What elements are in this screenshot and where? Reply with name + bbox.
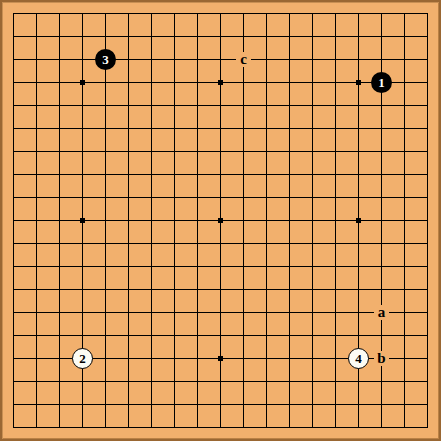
intersection[interactable] — [2, 255, 25, 278]
intersection[interactable] — [71, 2, 94, 25]
intersection[interactable] — [163, 163, 186, 186]
intersection[interactable] — [209, 25, 232, 48]
intersection[interactable] — [278, 71, 301, 94]
intersection[interactable] — [186, 347, 209, 370]
intersection[interactable] — [2, 25, 25, 48]
intersection[interactable] — [347, 163, 370, 186]
intersection[interactable] — [232, 347, 255, 370]
intersection[interactable] — [255, 2, 278, 25]
intersection[interactable] — [48, 48, 71, 71]
intersection[interactable] — [393, 140, 416, 163]
intersection[interactable] — [25, 416, 48, 439]
intersection[interactable] — [163, 71, 186, 94]
intersection[interactable] — [140, 416, 163, 439]
intersection[interactable] — [25, 255, 48, 278]
intersection[interactable] — [117, 48, 140, 71]
intersection[interactable] — [140, 71, 163, 94]
intersection[interactable] — [324, 163, 347, 186]
intersection[interactable] — [94, 71, 117, 94]
intersection[interactable] — [324, 255, 347, 278]
intersection[interactable] — [255, 25, 278, 48]
intersection[interactable] — [232, 324, 255, 347]
intersection[interactable] — [140, 94, 163, 117]
intersection[interactable] — [71, 94, 94, 117]
intersection[interactable] — [278, 255, 301, 278]
intersection[interactable] — [347, 71, 370, 94]
intersection[interactable] — [278, 2, 301, 25]
intersection[interactable] — [48, 71, 71, 94]
intersection[interactable] — [393, 255, 416, 278]
intersection[interactable] — [232, 71, 255, 94]
intersection[interactable] — [94, 209, 117, 232]
intersection[interactable] — [140, 347, 163, 370]
intersection[interactable] — [370, 48, 393, 71]
intersection[interactable] — [301, 416, 324, 439]
intersection[interactable] — [2, 209, 25, 232]
intersection[interactable] — [255, 416, 278, 439]
intersection[interactable] — [416, 186, 439, 209]
intersection[interactable] — [416, 370, 439, 393]
intersection[interactable]: b — [370, 347, 393, 370]
intersection[interactable] — [2, 117, 25, 140]
intersection[interactable] — [255, 140, 278, 163]
intersection[interactable] — [255, 255, 278, 278]
intersection[interactable] — [48, 278, 71, 301]
intersection[interactable] — [301, 278, 324, 301]
intersection[interactable] — [2, 48, 25, 71]
intersection[interactable] — [2, 186, 25, 209]
intersection[interactable] — [209, 370, 232, 393]
intersection[interactable] — [232, 416, 255, 439]
intersection[interactable] — [278, 186, 301, 209]
intersection[interactable] — [94, 347, 117, 370]
intersection[interactable] — [94, 163, 117, 186]
intersection[interactable] — [48, 393, 71, 416]
intersection[interactable] — [25, 71, 48, 94]
intersection[interactable] — [163, 301, 186, 324]
intersection[interactable] — [301, 232, 324, 255]
intersection[interactable] — [370, 25, 393, 48]
intersection[interactable] — [25, 301, 48, 324]
intersection[interactable] — [71, 140, 94, 163]
intersection[interactable] — [2, 347, 25, 370]
intersection[interactable] — [209, 117, 232, 140]
intersection[interactable] — [186, 393, 209, 416]
intersection[interactable] — [163, 416, 186, 439]
intersection[interactable] — [393, 370, 416, 393]
intersection[interactable] — [209, 71, 232, 94]
intersection[interactable] — [163, 117, 186, 140]
intersection[interactable] — [25, 324, 48, 347]
intersection[interactable] — [393, 324, 416, 347]
intersection[interactable] — [347, 94, 370, 117]
intersection[interactable] — [209, 232, 232, 255]
intersection[interactable] — [163, 209, 186, 232]
intersection[interactable] — [163, 140, 186, 163]
intersection[interactable] — [232, 94, 255, 117]
intersection[interactable] — [25, 140, 48, 163]
intersection[interactable] — [370, 2, 393, 25]
intersection[interactable] — [209, 324, 232, 347]
intersection[interactable] — [278, 370, 301, 393]
intersection[interactable]: c — [232, 48, 255, 71]
intersection[interactable] — [2, 232, 25, 255]
intersection[interactable] — [416, 94, 439, 117]
intersection[interactable] — [393, 25, 416, 48]
intersection[interactable] — [163, 393, 186, 416]
intersection[interactable] — [117, 140, 140, 163]
intersection[interactable] — [140, 278, 163, 301]
intersection[interactable] — [370, 393, 393, 416]
intersection[interactable] — [94, 94, 117, 117]
intersection[interactable] — [416, 140, 439, 163]
intersection[interactable] — [163, 278, 186, 301]
intersection[interactable] — [209, 209, 232, 232]
intersection[interactable] — [416, 324, 439, 347]
intersection[interactable] — [255, 71, 278, 94]
intersection[interactable] — [416, 301, 439, 324]
intersection[interactable] — [255, 186, 278, 209]
intersection[interactable]: 3 — [94, 48, 117, 71]
intersection[interactable] — [186, 117, 209, 140]
intersection[interactable] — [301, 48, 324, 71]
intersection[interactable] — [393, 2, 416, 25]
intersection[interactable] — [301, 393, 324, 416]
intersection[interactable] — [393, 347, 416, 370]
intersection[interactable] — [255, 117, 278, 140]
intersection[interactable] — [209, 2, 232, 25]
intersection[interactable] — [25, 186, 48, 209]
intersection[interactable] — [25, 209, 48, 232]
intersection[interactable] — [48, 416, 71, 439]
intersection[interactable] — [140, 301, 163, 324]
intersection[interactable] — [278, 140, 301, 163]
intersection[interactable] — [71, 163, 94, 186]
intersection[interactable] — [301, 347, 324, 370]
intersection[interactable] — [278, 324, 301, 347]
intersection[interactable] — [48, 209, 71, 232]
intersection[interactable] — [393, 94, 416, 117]
intersection[interactable] — [2, 140, 25, 163]
intersection[interactable] — [324, 71, 347, 94]
intersection[interactable] — [117, 393, 140, 416]
intersection[interactable] — [324, 416, 347, 439]
intersection[interactable] — [232, 301, 255, 324]
intersection[interactable] — [416, 163, 439, 186]
intersection[interactable] — [140, 186, 163, 209]
intersection[interactable] — [209, 94, 232, 117]
intersection[interactable] — [48, 301, 71, 324]
intersection[interactable] — [255, 94, 278, 117]
intersection[interactable] — [370, 94, 393, 117]
intersection[interactable] — [186, 71, 209, 94]
intersection[interactable] — [94, 2, 117, 25]
intersection[interactable] — [393, 209, 416, 232]
intersection[interactable] — [347, 370, 370, 393]
intersection[interactable] — [232, 370, 255, 393]
intersection[interactable] — [301, 255, 324, 278]
intersection[interactable] — [232, 25, 255, 48]
intersection[interactable] — [48, 140, 71, 163]
intersection[interactable] — [324, 324, 347, 347]
intersection[interactable] — [71, 48, 94, 71]
intersection[interactable] — [117, 2, 140, 25]
intersection[interactable] — [48, 2, 71, 25]
intersection[interactable] — [232, 2, 255, 25]
intersection[interactable] — [370, 163, 393, 186]
intersection[interactable] — [25, 117, 48, 140]
intersection[interactable] — [163, 232, 186, 255]
intersection[interactable] — [186, 232, 209, 255]
intersection[interactable] — [370, 324, 393, 347]
intersection[interactable] — [163, 324, 186, 347]
intersection[interactable] — [278, 94, 301, 117]
intersection[interactable] — [186, 25, 209, 48]
intersection[interactable] — [117, 416, 140, 439]
intersection[interactable] — [324, 94, 347, 117]
intersection[interactable] — [71, 416, 94, 439]
intersection[interactable] — [2, 370, 25, 393]
intersection[interactable] — [301, 209, 324, 232]
intersection[interactable] — [416, 48, 439, 71]
intersection[interactable] — [393, 117, 416, 140]
intersection[interactable] — [71, 393, 94, 416]
intersection[interactable] — [370, 416, 393, 439]
intersection[interactable] — [416, 232, 439, 255]
intersection[interactable] — [347, 117, 370, 140]
intersection[interactable] — [140, 255, 163, 278]
intersection[interactable] — [370, 255, 393, 278]
intersection[interactable] — [71, 117, 94, 140]
intersection[interactable] — [94, 117, 117, 140]
intersection[interactable] — [25, 278, 48, 301]
intersection[interactable] — [416, 2, 439, 25]
intersection[interactable] — [232, 117, 255, 140]
intersection[interactable] — [2, 278, 25, 301]
intersection[interactable] — [232, 140, 255, 163]
intersection[interactable] — [278, 25, 301, 48]
intersection[interactable] — [25, 2, 48, 25]
intersection[interactable] — [232, 255, 255, 278]
intersection[interactable] — [416, 209, 439, 232]
intersection[interactable] — [71, 370, 94, 393]
intersection[interactable] — [117, 186, 140, 209]
intersection[interactable] — [2, 71, 25, 94]
intersection[interactable] — [48, 370, 71, 393]
intersection[interactable] — [278, 278, 301, 301]
intersection[interactable]: 2 — [71, 347, 94, 370]
intersection[interactable] — [416, 278, 439, 301]
intersection[interactable] — [186, 209, 209, 232]
intersection[interactable] — [140, 2, 163, 25]
intersection[interactable] — [324, 2, 347, 25]
intersection[interactable] — [301, 324, 324, 347]
intersection[interactable] — [140, 140, 163, 163]
intersection[interactable] — [163, 186, 186, 209]
intersection[interactable] — [301, 370, 324, 393]
intersection[interactable] — [324, 140, 347, 163]
intersection[interactable] — [232, 232, 255, 255]
intersection[interactable] — [186, 140, 209, 163]
intersection[interactable] — [324, 25, 347, 48]
intersection[interactable] — [186, 416, 209, 439]
intersection[interactable] — [71, 71, 94, 94]
intersection[interactable] — [140, 232, 163, 255]
intersection[interactable] — [255, 324, 278, 347]
intersection[interactable] — [94, 393, 117, 416]
intersection[interactable] — [393, 186, 416, 209]
intersection[interactable] — [416, 71, 439, 94]
intersection[interactable] — [94, 278, 117, 301]
intersection[interactable] — [209, 48, 232, 71]
intersection[interactable] — [416, 393, 439, 416]
intersection[interactable] — [117, 94, 140, 117]
intersection[interactable] — [186, 2, 209, 25]
intersection[interactable] — [416, 347, 439, 370]
intersection[interactable] — [232, 163, 255, 186]
intersection[interactable] — [140, 393, 163, 416]
intersection[interactable] — [117, 117, 140, 140]
intersection[interactable] — [71, 209, 94, 232]
intersection[interactable] — [117, 25, 140, 48]
intersection[interactable] — [209, 393, 232, 416]
intersection[interactable] — [117, 324, 140, 347]
intersection[interactable] — [301, 140, 324, 163]
intersection[interactable] — [324, 347, 347, 370]
intersection[interactable] — [71, 301, 94, 324]
intersection[interactable] — [48, 94, 71, 117]
intersection[interactable] — [94, 416, 117, 439]
intersection[interactable] — [278, 232, 301, 255]
intersection[interactable] — [186, 301, 209, 324]
intersection[interactable] — [232, 186, 255, 209]
intersection[interactable] — [186, 278, 209, 301]
intersection[interactable] — [186, 163, 209, 186]
intersection[interactable] — [209, 301, 232, 324]
intersection[interactable] — [140, 324, 163, 347]
intersection[interactable] — [255, 209, 278, 232]
intersection[interactable] — [71, 324, 94, 347]
intersection[interactable] — [393, 48, 416, 71]
intersection[interactable] — [347, 140, 370, 163]
intersection[interactable] — [416, 255, 439, 278]
intersection[interactable] — [393, 232, 416, 255]
intersection[interactable] — [324, 117, 347, 140]
intersection[interactable] — [117, 347, 140, 370]
intersection[interactable] — [301, 25, 324, 48]
intersection[interactable] — [25, 25, 48, 48]
intersection[interactable] — [324, 186, 347, 209]
intersection[interactable] — [117, 232, 140, 255]
intersection[interactable]: 4 — [347, 347, 370, 370]
intersection[interactable] — [94, 324, 117, 347]
intersection[interactable] — [393, 71, 416, 94]
intersection[interactable] — [347, 209, 370, 232]
intersection[interactable] — [163, 2, 186, 25]
intersection[interactable] — [416, 25, 439, 48]
intersection[interactable] — [48, 347, 71, 370]
intersection[interactable] — [301, 2, 324, 25]
intersection[interactable] — [186, 48, 209, 71]
intersection[interactable] — [278, 209, 301, 232]
intersection[interactable] — [324, 278, 347, 301]
intersection[interactable] — [301, 117, 324, 140]
intersection[interactable] — [278, 163, 301, 186]
intersection[interactable] — [71, 278, 94, 301]
intersection[interactable] — [370, 117, 393, 140]
intersection[interactable] — [94, 255, 117, 278]
intersection[interactable] — [347, 25, 370, 48]
intersection[interactable] — [301, 186, 324, 209]
intersection[interactable] — [117, 370, 140, 393]
intersection[interactable] — [278, 393, 301, 416]
intersection[interactable] — [416, 117, 439, 140]
intersection[interactable] — [347, 232, 370, 255]
intersection[interactable] — [186, 255, 209, 278]
intersection[interactable] — [140, 48, 163, 71]
intersection[interactable] — [370, 209, 393, 232]
intersection[interactable] — [255, 393, 278, 416]
intersection[interactable] — [370, 278, 393, 301]
intersection[interactable] — [2, 393, 25, 416]
intersection[interactable] — [94, 140, 117, 163]
intersection[interactable] — [117, 71, 140, 94]
intersection[interactable] — [2, 94, 25, 117]
intersection[interactable] — [163, 255, 186, 278]
intersection[interactable] — [347, 278, 370, 301]
intersection[interactable] — [163, 94, 186, 117]
intersection[interactable] — [25, 48, 48, 71]
intersection[interactable] — [117, 278, 140, 301]
intersection[interactable] — [94, 25, 117, 48]
intersection[interactable] — [94, 370, 117, 393]
intersection[interactable] — [278, 301, 301, 324]
intersection[interactable] — [163, 347, 186, 370]
intersection[interactable] — [232, 209, 255, 232]
intersection[interactable] — [324, 48, 347, 71]
intersection[interactable] — [163, 25, 186, 48]
intersection[interactable] — [324, 209, 347, 232]
intersection[interactable] — [370, 370, 393, 393]
intersection[interactable] — [71, 186, 94, 209]
intersection[interactable] — [278, 117, 301, 140]
intersection[interactable] — [25, 163, 48, 186]
intersection[interactable] — [255, 278, 278, 301]
intersection[interactable] — [140, 209, 163, 232]
intersection[interactable] — [255, 232, 278, 255]
intersection[interactable] — [2, 324, 25, 347]
intersection[interactable] — [2, 301, 25, 324]
intersection[interactable] — [209, 347, 232, 370]
intersection[interactable] — [278, 416, 301, 439]
intersection[interactable] — [209, 416, 232, 439]
intersection[interactable] — [278, 347, 301, 370]
intersection[interactable] — [117, 209, 140, 232]
intersection[interactable] — [2, 163, 25, 186]
intersection[interactable] — [347, 186, 370, 209]
intersection[interactable] — [48, 163, 71, 186]
intersection[interactable] — [393, 301, 416, 324]
intersection[interactable] — [163, 48, 186, 71]
intersection[interactable] — [48, 25, 71, 48]
intersection[interactable] — [370, 232, 393, 255]
intersection[interactable] — [347, 301, 370, 324]
intersection[interactable] — [232, 278, 255, 301]
intersection[interactable] — [370, 186, 393, 209]
intersection[interactable] — [324, 301, 347, 324]
intersection[interactable] — [163, 370, 186, 393]
intersection[interactable] — [71, 255, 94, 278]
